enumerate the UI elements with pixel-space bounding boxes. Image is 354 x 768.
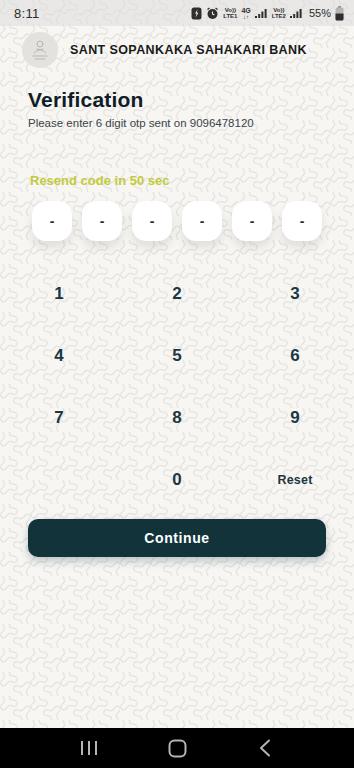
clock-time: 8:11 <box>14 6 40 21</box>
status-bar: 8:11 Vo)) LTE1 4G ↓↑ <box>0 0 354 26</box>
volte-sim2-indicator: Vo)) LTE2 <box>272 7 286 19</box>
otp-digit-5[interactable]: - <box>232 201 272 241</box>
battery-icon <box>335 6 344 21</box>
otp-digit-value: - <box>200 213 205 229</box>
volte-sim1-indicator: Vo)) LTE1 <box>223 7 237 19</box>
network-4g-indicator: 4G ↓↑ <box>241 7 250 20</box>
page-title: Verification <box>28 88 354 112</box>
key-5[interactable]: 5 <box>118 325 236 387</box>
back-icon[interactable] <box>248 731 282 765</box>
spacer <box>0 557 354 728</box>
key-8[interactable]: 8 <box>118 387 236 449</box>
key-0[interactable]: 0 <box>118 449 236 511</box>
continue-button[interactable]: Continue <box>28 519 326 557</box>
key-1[interactable]: 1 <box>0 263 118 325</box>
android-nav-bar <box>0 728 354 768</box>
otp-digit-6[interactable]: - <box>282 201 322 241</box>
otp-digit-4[interactable]: - <box>182 201 222 241</box>
key-9[interactable]: 9 <box>236 387 354 449</box>
otp-digit-value: - <box>300 213 305 229</box>
status-icons: Vo)) LTE1 4G ↓↑ Vo)) LTE2 <box>191 6 344 21</box>
key-4[interactable]: 4 <box>0 325 118 387</box>
phone-screen: 8:11 Vo)) LTE1 4G ↓↑ <box>0 0 354 768</box>
otp-digit-value: - <box>150 213 155 229</box>
home-icon[interactable] <box>160 731 194 765</box>
otp-digit-1[interactable]: - <box>32 201 72 241</box>
otp-input-row: - - - - - - <box>32 201 322 241</box>
key-7[interactable]: 7 <box>0 387 118 449</box>
otp-instruction: Please enter 6 digit otp sent on 9096478… <box>28 117 354 129</box>
signal-bars-icon <box>290 7 303 19</box>
bank-name: SANT SOPANKAKA SAHAKARI BANK <box>70 43 307 57</box>
battery-percent: 55% <box>309 7 331 19</box>
otp-digit-value: - <box>100 213 105 229</box>
otp-digit-3[interactable]: - <box>132 201 172 241</box>
bank-logo <box>22 32 58 68</box>
alarm-clock-icon <box>206 7 219 20</box>
key-2[interactable]: 2 <box>118 263 236 325</box>
reset-button[interactable]: Reset <box>236 449 354 511</box>
recents-icon[interactable] <box>72 731 106 765</box>
app-header: SANT SOPANKAKA SAHAKARI BANK <box>0 26 354 68</box>
key-3[interactable]: 3 <box>236 263 354 325</box>
key-6[interactable]: 6 <box>236 325 354 387</box>
otp-digit-value: - <box>250 213 255 229</box>
otp-digit-2[interactable]: - <box>82 201 122 241</box>
resend-countdown: Resend code in 50 sec <box>30 173 354 188</box>
key-empty <box>0 449 118 511</box>
otp-digit-value: - <box>50 213 55 229</box>
signal-bars-icon <box>255 7 268 19</box>
numeric-keypad: 1 2 3 4 5 6 7 8 9 0 Reset <box>0 263 354 511</box>
app-notification-icon <box>191 7 202 20</box>
